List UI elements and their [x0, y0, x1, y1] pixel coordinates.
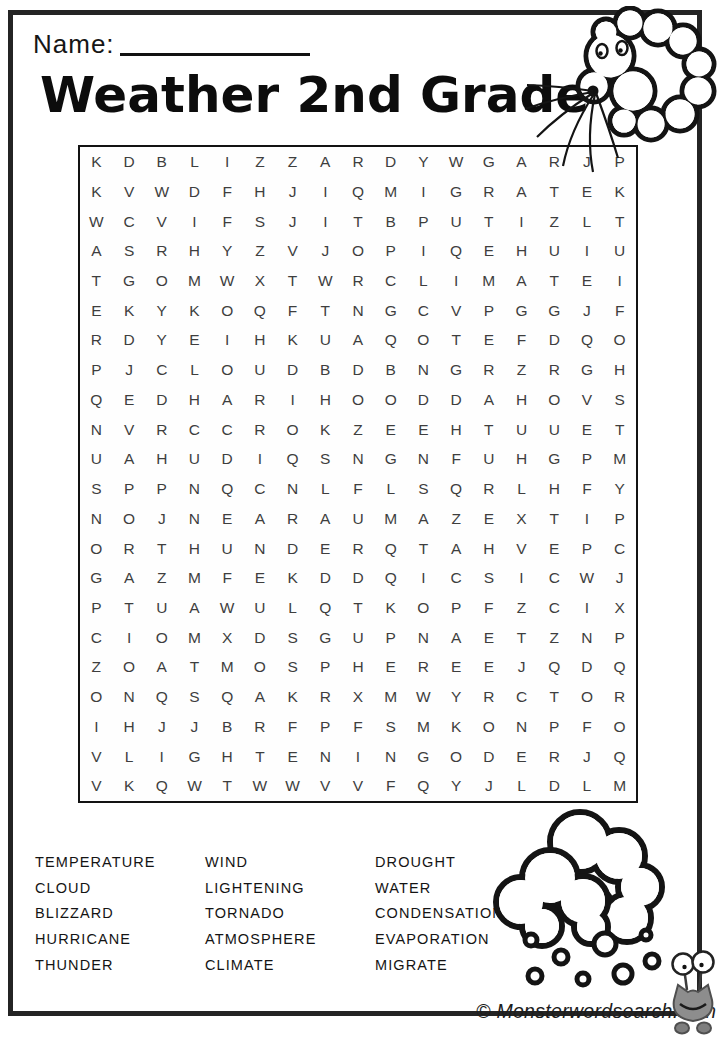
grid-cell-r11-c7[interactable]: Q: [276, 444, 309, 474]
grid-cell-r20-c4[interactable]: J: [178, 712, 211, 742]
grid-cell-r7-c13[interactable]: E: [472, 325, 505, 355]
grid-cell-r6-c9[interactable]: N: [342, 296, 375, 326]
grid-cell-r16-c9[interactable]: T: [342, 593, 375, 623]
grid-cell-r6-c12[interactable]: V: [440, 296, 473, 326]
grid-cell-r11-c6[interactable]: I: [244, 444, 277, 474]
grid-cell-r9-c12[interactable]: D: [440, 385, 473, 415]
grid-cell-r16-c14[interactable]: Z: [505, 593, 538, 623]
grid-cell-r22-c12[interactable]: Y: [440, 771, 473, 801]
grid-cell-r22-c3[interactable]: Q: [145, 771, 178, 801]
grid-cell-r10-c5[interactable]: C: [211, 415, 244, 445]
grid-cell-r9-c13[interactable]: A: [472, 385, 505, 415]
grid-cell-r21-c1[interactable]: V: [80, 742, 113, 772]
word-search-grid[interactable]: KDBLIZZARDYWGARJPKVWDFHJIQMIGRATEKWCVIFS…: [78, 145, 638, 803]
grid-cell-r18-c16[interactable]: D: [571, 652, 604, 682]
grid-cell-r12-c13[interactable]: R: [472, 474, 505, 504]
grid-cell-r19-c12[interactable]: Y: [440, 682, 473, 712]
grid-cell-r7-c9[interactable]: A: [342, 325, 375, 355]
grid-cell-r15-c10[interactable]: Q: [374, 563, 407, 593]
grid-cell-r14-c13[interactable]: H: [472, 533, 505, 563]
grid-cell-r16-c6[interactable]: U: [244, 593, 277, 623]
grid-cell-r11-c2[interactable]: A: [113, 444, 146, 474]
grid-cell-r18-c5[interactable]: M: [211, 652, 244, 682]
grid-cell-r20-c10[interactable]: S: [374, 712, 407, 742]
grid-cell-r3-c9[interactable]: T: [342, 206, 375, 236]
grid-cell-r18-c1[interactable]: Z: [80, 652, 113, 682]
grid-cell-r14-c4[interactable]: H: [178, 533, 211, 563]
grid-cell-r22-c9[interactable]: V: [342, 771, 375, 801]
grid-cell-r19-c11[interactable]: W: [407, 682, 440, 712]
grid-cell-r12-c2[interactable]: P: [113, 474, 146, 504]
grid-cell-r2-c13[interactable]: R: [472, 177, 505, 207]
grid-cell-r8-c2[interactable]: J: [113, 355, 146, 385]
grid-cell-r5-c8[interactable]: W: [309, 266, 342, 296]
grid-cell-r3-c6[interactable]: S: [244, 206, 277, 236]
grid-cell-r18-c17[interactable]: Q: [603, 652, 636, 682]
grid-cell-r5-c11[interactable]: L: [407, 266, 440, 296]
grid-cell-r9-c17[interactable]: S: [603, 385, 636, 415]
grid-cell-r20-c7[interactable]: F: [276, 712, 309, 742]
grid-cell-r6-c3[interactable]: Y: [145, 296, 178, 326]
grid-cell-r21-c13[interactable]: D: [472, 742, 505, 772]
grid-cell-r21-c9[interactable]: I: [342, 742, 375, 772]
grid-cell-r19-c16[interactable]: O: [571, 682, 604, 712]
grid-cell-r13-c2[interactable]: O: [113, 504, 146, 534]
grid-cell-r3-c13[interactable]: T: [472, 206, 505, 236]
grid-cell-r7-c1[interactable]: R: [80, 325, 113, 355]
grid-cell-r21-c8[interactable]: N: [309, 742, 342, 772]
grid-cell-r12-c17[interactable]: Y: [603, 474, 636, 504]
grid-cell-r20-c12[interactable]: K: [440, 712, 473, 742]
grid-cell-r22-c15[interactable]: D: [538, 771, 571, 801]
grid-cell-r14-c16[interactable]: P: [571, 533, 604, 563]
grid-cell-r15-c14[interactable]: I: [505, 563, 538, 593]
grid-cell-r20-c11[interactable]: M: [407, 712, 440, 742]
grid-cell-r12-c3[interactable]: P: [145, 474, 178, 504]
grid-cell-r10-c10[interactable]: E: [374, 415, 407, 445]
grid-cell-r5-c10[interactable]: C: [374, 266, 407, 296]
grid-cell-r18-c9[interactable]: H: [342, 652, 375, 682]
grid-cell-r3-c15[interactable]: Z: [538, 206, 571, 236]
grid-cell-r13-c11[interactable]: A: [407, 504, 440, 534]
grid-cell-r2-c11[interactable]: I: [407, 177, 440, 207]
grid-cell-r11-c3[interactable]: H: [145, 444, 178, 474]
grid-cell-r15-c2[interactable]: A: [113, 563, 146, 593]
grid-cell-r4-c5[interactable]: Y: [211, 236, 244, 266]
grid-cell-r4-c4[interactable]: H: [178, 236, 211, 266]
grid-cell-r13-c13[interactable]: E: [472, 504, 505, 534]
grid-cell-r20-c2[interactable]: H: [113, 712, 146, 742]
grid-cell-r18-c3[interactable]: A: [145, 652, 178, 682]
grid-cell-r22-c5[interactable]: T: [211, 771, 244, 801]
grid-cell-r16-c4[interactable]: A: [178, 593, 211, 623]
grid-cell-r2-c10[interactable]: M: [374, 177, 407, 207]
grid-cell-r6-c8[interactable]: T: [309, 296, 342, 326]
grid-cell-r11-c5[interactable]: D: [211, 444, 244, 474]
grid-cell-r1-c7[interactable]: Z: [276, 147, 309, 177]
grid-cell-r14-c6[interactable]: N: [244, 533, 277, 563]
grid-cell-r9-c1[interactable]: Q: [80, 385, 113, 415]
grid-cell-r21-c17[interactable]: Q: [603, 742, 636, 772]
grid-cell-r4-c1[interactable]: A: [80, 236, 113, 266]
grid-cell-r5-c7[interactable]: T: [276, 266, 309, 296]
grid-cell-r6-c6[interactable]: Q: [244, 296, 277, 326]
grid-cell-r20-c15[interactable]: P: [538, 712, 571, 742]
grid-cell-r12-c12[interactable]: Q: [440, 474, 473, 504]
grid-cell-r20-c8[interactable]: P: [309, 712, 342, 742]
grid-cell-r18-c8[interactable]: P: [309, 652, 342, 682]
grid-cell-r10-c16[interactable]: E: [571, 415, 604, 445]
grid-cell-r13-c1[interactable]: N: [80, 504, 113, 534]
grid-cell-r4-c7[interactable]: V: [276, 236, 309, 266]
grid-cell-r3-c3[interactable]: V: [145, 206, 178, 236]
grid-cell-r6-c10[interactable]: G: [374, 296, 407, 326]
grid-cell-r13-c6[interactable]: A: [244, 504, 277, 534]
grid-cell-r4-c11[interactable]: I: [407, 236, 440, 266]
grid-cell-r7-c14[interactable]: F: [505, 325, 538, 355]
grid-cell-r18-c2[interactable]: O: [113, 652, 146, 682]
grid-cell-r18-c11[interactable]: R: [407, 652, 440, 682]
grid-cell-r5-c5[interactable]: W: [211, 266, 244, 296]
grid-cell-r1-c10[interactable]: D: [374, 147, 407, 177]
grid-cell-r17-c6[interactable]: D: [244, 623, 277, 653]
grid-cell-r12-c14[interactable]: L: [505, 474, 538, 504]
grid-cell-r2-c9[interactable]: Q: [342, 177, 375, 207]
grid-cell-r20-c5[interactable]: B: [211, 712, 244, 742]
grid-cell-r8-c17[interactable]: H: [603, 355, 636, 385]
grid-cell-r11-c1[interactable]: U: [80, 444, 113, 474]
grid-cell-r9-c14[interactable]: H: [505, 385, 538, 415]
grid-cell-r13-c3[interactable]: J: [145, 504, 178, 534]
grid-cell-r15-c16[interactable]: W: [571, 563, 604, 593]
grid-cell-r8-c5[interactable]: O: [211, 355, 244, 385]
grid-cell-r17-c12[interactable]: A: [440, 623, 473, 653]
grid-cell-r9-c10[interactable]: O: [374, 385, 407, 415]
grid-cell-r12-c4[interactable]: N: [178, 474, 211, 504]
grid-cell-r1-c6[interactable]: Z: [244, 147, 277, 177]
grid-cell-r8-c3[interactable]: C: [145, 355, 178, 385]
grid-cell-r13-c8[interactable]: A: [309, 504, 342, 534]
grid-cell-r10-c6[interactable]: R: [244, 415, 277, 445]
grid-cell-r3-c8[interactable]: I: [309, 206, 342, 236]
grid-cell-r16-c7[interactable]: L: [276, 593, 309, 623]
grid-cell-r14-c11[interactable]: T: [407, 533, 440, 563]
grid-cell-r12-c8[interactable]: L: [309, 474, 342, 504]
grid-cell-r6-c1[interactable]: E: [80, 296, 113, 326]
grid-cell-r11-c8[interactable]: S: [309, 444, 342, 474]
grid-cell-r4-c10[interactable]: P: [374, 236, 407, 266]
grid-cell-r15-c17[interactable]: J: [603, 563, 636, 593]
grid-cell-r12-c9[interactable]: F: [342, 474, 375, 504]
grid-cell-r1-c8[interactable]: A: [309, 147, 342, 177]
grid-cell-r22-c17[interactable]: M: [603, 771, 636, 801]
grid-cell-r12-c5[interactable]: Q: [211, 474, 244, 504]
grid-cell-r2-c1[interactable]: K: [80, 177, 113, 207]
grid-cell-r2-c12[interactable]: G: [440, 177, 473, 207]
grid-cell-r17-c5[interactable]: X: [211, 623, 244, 653]
grid-cell-r2-c8[interactable]: I: [309, 177, 342, 207]
grid-cell-r1-c9[interactable]: R: [342, 147, 375, 177]
grid-cell-r2-c4[interactable]: D: [178, 177, 211, 207]
grid-cell-r16-c13[interactable]: F: [472, 593, 505, 623]
grid-cell-r17-c15[interactable]: Z: [538, 623, 571, 653]
grid-cell-r9-c4[interactable]: H: [178, 385, 211, 415]
grid-cell-r17-c9[interactable]: U: [342, 623, 375, 653]
grid-cell-r8-c14[interactable]: Z: [505, 355, 538, 385]
grid-cell-r14-c12[interactable]: A: [440, 533, 473, 563]
grid-cell-r17-c8[interactable]: G: [309, 623, 342, 653]
grid-cell-r5-c16[interactable]: E: [571, 266, 604, 296]
grid-cell-r1-c11[interactable]: Y: [407, 147, 440, 177]
grid-cell-r10-c11[interactable]: E: [407, 415, 440, 445]
grid-cell-r4-c17[interactable]: U: [603, 236, 636, 266]
grid-cell-r4-c12[interactable]: Q: [440, 236, 473, 266]
grid-cell-r4-c15[interactable]: U: [538, 236, 571, 266]
grid-cell-r4-c3[interactable]: R: [145, 236, 178, 266]
grid-cell-r22-c16[interactable]: L: [571, 771, 604, 801]
grid-cell-r17-c14[interactable]: T: [505, 623, 538, 653]
grid-cell-r6-c5[interactable]: O: [211, 296, 244, 326]
grid-cell-r10-c1[interactable]: N: [80, 415, 113, 445]
grid-cell-r7-c10[interactable]: Q: [374, 325, 407, 355]
grid-cell-r3-c4[interactable]: I: [178, 206, 211, 236]
grid-cell-r4-c9[interactable]: O: [342, 236, 375, 266]
grid-cell-r3-c1[interactable]: W: [80, 206, 113, 236]
grid-cell-r3-c5[interactable]: F: [211, 206, 244, 236]
grid-cell-r1-c3[interactable]: B: [145, 147, 178, 177]
grid-cell-r10-c12[interactable]: H: [440, 415, 473, 445]
grid-cell-r13-c17[interactable]: P: [603, 504, 636, 534]
grid-cell-r16-c16[interactable]: I: [571, 593, 604, 623]
grid-cell-r14-c15[interactable]: E: [538, 533, 571, 563]
grid-cell-r15-c13[interactable]: S: [472, 563, 505, 593]
grid-cell-r10-c17[interactable]: T: [603, 415, 636, 445]
grid-cell-r19-c5[interactable]: Q: [211, 682, 244, 712]
grid-cell-r18-c15[interactable]: Q: [538, 652, 571, 682]
grid-cell-r8-c11[interactable]: N: [407, 355, 440, 385]
grid-cell-r17-c3[interactable]: O: [145, 623, 178, 653]
grid-cell-r3-c2[interactable]: C: [113, 206, 146, 236]
grid-cell-r16-c12[interactable]: P: [440, 593, 473, 623]
grid-cell-r20-c13[interactable]: O: [472, 712, 505, 742]
grid-cell-r15-c9[interactable]: D: [342, 563, 375, 593]
grid-cell-r2-c6[interactable]: H: [244, 177, 277, 207]
grid-cell-r19-c15[interactable]: T: [538, 682, 571, 712]
grid-cell-r10-c14[interactable]: U: [505, 415, 538, 445]
grid-cell-r12-c7[interactable]: N: [276, 474, 309, 504]
grid-cell-r15-c11[interactable]: I: [407, 563, 440, 593]
grid-cell-r6-c7[interactable]: F: [276, 296, 309, 326]
grid-cell-r4-c8[interactable]: J: [309, 236, 342, 266]
grid-cell-r11-c14[interactable]: H: [505, 444, 538, 474]
grid-cell-r19-c17[interactable]: R: [603, 682, 636, 712]
grid-cell-r11-c4[interactable]: U: [178, 444, 211, 474]
grid-cell-r18-c6[interactable]: O: [244, 652, 277, 682]
grid-cell-r16-c1[interactable]: P: [80, 593, 113, 623]
grid-cell-r6-c11[interactable]: C: [407, 296, 440, 326]
grid-cell-r21-c14[interactable]: E: [505, 742, 538, 772]
grid-cell-r16-c15[interactable]: C: [538, 593, 571, 623]
grid-cell-r14-c8[interactable]: E: [309, 533, 342, 563]
grid-cell-r20-c16[interactable]: F: [571, 712, 604, 742]
grid-cell-r6-c14[interactable]: G: [505, 296, 538, 326]
grid-cell-r5-c6[interactable]: X: [244, 266, 277, 296]
grid-cell-r14-c9[interactable]: R: [342, 533, 375, 563]
grid-cell-r5-c9[interactable]: R: [342, 266, 375, 296]
grid-cell-r13-c9[interactable]: U: [342, 504, 375, 534]
grid-cell-r17-c7[interactable]: S: [276, 623, 309, 653]
grid-cell-r9-c15[interactable]: O: [538, 385, 571, 415]
grid-cell-r8-c16[interactable]: G: [571, 355, 604, 385]
grid-cell-r3-c12[interactable]: U: [440, 206, 473, 236]
grid-cell-r19-c8[interactable]: R: [309, 682, 342, 712]
grid-cell-r19-c7[interactable]: K: [276, 682, 309, 712]
grid-cell-r21-c5[interactable]: H: [211, 742, 244, 772]
grid-cell-r22-c6[interactable]: W: [244, 771, 277, 801]
grid-cell-r8-c4[interactable]: L: [178, 355, 211, 385]
grid-cell-r3-c14[interactable]: I: [505, 206, 538, 236]
grid-cell-r12-c16[interactable]: F: [571, 474, 604, 504]
grid-cell-r9-c3[interactable]: D: [145, 385, 178, 415]
grid-cell-r19-c1[interactable]: O: [80, 682, 113, 712]
grid-cell-r6-c2[interactable]: K: [113, 296, 146, 326]
grid-cell-r11-c16[interactable]: P: [571, 444, 604, 474]
grid-cell-r8-c1[interactable]: P: [80, 355, 113, 385]
grid-cell-r2-c17[interactable]: K: [603, 177, 636, 207]
grid-cell-r16-c8[interactable]: Q: [309, 593, 342, 623]
grid-cell-r18-c7[interactable]: S: [276, 652, 309, 682]
grid-cell-r16-c17[interactable]: X: [603, 593, 636, 623]
grid-cell-r20-c6[interactable]: R: [244, 712, 277, 742]
grid-cell-r21-c16[interactable]: J: [571, 742, 604, 772]
grid-cell-r13-c7[interactable]: R: [276, 504, 309, 534]
grid-cell-r6-c13[interactable]: P: [472, 296, 505, 326]
grid-cell-r19-c4[interactable]: S: [178, 682, 211, 712]
grid-cell-r5-c2[interactable]: G: [113, 266, 146, 296]
grid-cell-r10-c13[interactable]: T: [472, 415, 505, 445]
grid-cell-r7-c11[interactable]: O: [407, 325, 440, 355]
grid-cell-r22-c1[interactable]: V: [80, 771, 113, 801]
grid-cell-r9-c2[interactable]: E: [113, 385, 146, 415]
grid-cell-r11-c12[interactable]: F: [440, 444, 473, 474]
grid-cell-r14-c3[interactable]: T: [145, 533, 178, 563]
grid-cell-r2-c3[interactable]: W: [145, 177, 178, 207]
grid-cell-r12-c11[interactable]: S: [407, 474, 440, 504]
grid-cell-r12-c15[interactable]: H: [538, 474, 571, 504]
grid-cell-r12-c1[interactable]: S: [80, 474, 113, 504]
grid-cell-r5-c12[interactable]: I: [440, 266, 473, 296]
grid-cell-r17-c2[interactable]: I: [113, 623, 146, 653]
grid-cell-r22-c14[interactable]: L: [505, 771, 538, 801]
grid-cell-r19-c6[interactable]: A: [244, 682, 277, 712]
grid-cell-r9-c6[interactable]: R: [244, 385, 277, 415]
grid-cell-r19-c13[interactable]: R: [472, 682, 505, 712]
grid-cell-r6-c17[interactable]: F: [603, 296, 636, 326]
grid-cell-r18-c14[interactable]: J: [505, 652, 538, 682]
grid-cell-r8-c13[interactable]: R: [472, 355, 505, 385]
grid-cell-r21-c11[interactable]: G: [407, 742, 440, 772]
grid-cell-r18-c4[interactable]: T: [178, 652, 211, 682]
grid-cell-r15-c8[interactable]: D: [309, 563, 342, 593]
grid-cell-r4-c13[interactable]: E: [472, 236, 505, 266]
grid-cell-r15-c3[interactable]: Z: [145, 563, 178, 593]
grid-cell-r6-c15[interactable]: G: [538, 296, 571, 326]
grid-cell-r17-c1[interactable]: C: [80, 623, 113, 653]
grid-cell-r14-c1[interactable]: O: [80, 533, 113, 563]
grid-cell-r21-c4[interactable]: G: [178, 742, 211, 772]
grid-cell-r20-c9[interactable]: F: [342, 712, 375, 742]
grid-cell-r8-c6[interactable]: U: [244, 355, 277, 385]
grid-cell-r11-c9[interactable]: N: [342, 444, 375, 474]
grid-cell-r21-c10[interactable]: N: [374, 742, 407, 772]
grid-cell-r22-c10[interactable]: F: [374, 771, 407, 801]
grid-cell-r10-c7[interactable]: O: [276, 415, 309, 445]
grid-cell-r14-c5[interactable]: U: [211, 533, 244, 563]
grid-cell-r4-c2[interactable]: S: [113, 236, 146, 266]
grid-cell-r3-c7[interactable]: J: [276, 206, 309, 236]
grid-cell-r19-c9[interactable]: X: [342, 682, 375, 712]
grid-cell-r14-c10[interactable]: Q: [374, 533, 407, 563]
grid-cell-r20-c1[interactable]: I: [80, 712, 113, 742]
grid-cell-r4-c16[interactable]: I: [571, 236, 604, 266]
grid-cell-r20-c17[interactable]: O: [603, 712, 636, 742]
grid-cell-r10-c3[interactable]: R: [145, 415, 178, 445]
grid-cell-r15-c5[interactable]: F: [211, 563, 244, 593]
grid-cell-r1-c2[interactable]: D: [113, 147, 146, 177]
grid-cell-r8-c9[interactable]: D: [342, 355, 375, 385]
grid-cell-r13-c4[interactable]: N: [178, 504, 211, 534]
grid-cell-r3-c17[interactable]: T: [603, 206, 636, 236]
grid-cell-r15-c12[interactable]: C: [440, 563, 473, 593]
grid-cell-r15-c1[interactable]: G: [80, 563, 113, 593]
grid-cell-r11-c17[interactable]: M: [603, 444, 636, 474]
grid-cell-r7-c2[interactable]: D: [113, 325, 146, 355]
grid-cell-r5-c4[interactable]: M: [178, 266, 211, 296]
grid-cell-r10-c2[interactable]: V: [113, 415, 146, 445]
grid-cell-r2-c15[interactable]: T: [538, 177, 571, 207]
grid-cell-r21-c7[interactable]: E: [276, 742, 309, 772]
grid-cell-r22-c4[interactable]: W: [178, 771, 211, 801]
grid-cell-r17-c11[interactable]: N: [407, 623, 440, 653]
grid-cell-r7-c16[interactable]: Q: [571, 325, 604, 355]
grid-cell-r13-c15[interactable]: T: [538, 504, 571, 534]
grid-cell-r18-c12[interactable]: E: [440, 652, 473, 682]
grid-cell-r7-c5[interactable]: I: [211, 325, 244, 355]
grid-cell-r2-c5[interactable]: F: [211, 177, 244, 207]
grid-cell-r19-c2[interactable]: N: [113, 682, 146, 712]
grid-cell-r3-c10[interactable]: B: [374, 206, 407, 236]
grid-cell-r6-c4[interactable]: K: [178, 296, 211, 326]
grid-cell-r22-c7[interactable]: W: [276, 771, 309, 801]
grid-cell-r8-c15[interactable]: R: [538, 355, 571, 385]
grid-cell-r9-c8[interactable]: H: [309, 385, 342, 415]
grid-cell-r1-c4[interactable]: L: [178, 147, 211, 177]
grid-cell-r19-c14[interactable]: C: [505, 682, 538, 712]
grid-cell-r11-c10[interactable]: G: [374, 444, 407, 474]
grid-cell-r22-c8[interactable]: V: [309, 771, 342, 801]
grid-cell-r11-c11[interactable]: N: [407, 444, 440, 474]
grid-cell-r15-c4[interactable]: M: [178, 563, 211, 593]
grid-cell-r12-c10[interactable]: L: [374, 474, 407, 504]
grid-cell-r1-c12[interactable]: W: [440, 147, 473, 177]
grid-cell-r17-c4[interactable]: M: [178, 623, 211, 653]
grid-cell-r20-c14[interactable]: N: [505, 712, 538, 742]
grid-cell-r20-c3[interactable]: J: [145, 712, 178, 742]
grid-cell-r9-c11[interactable]: D: [407, 385, 440, 415]
grid-cell-r18-c10[interactable]: E: [374, 652, 407, 682]
grid-cell-r11-c15[interactable]: G: [538, 444, 571, 474]
grid-cell-r19-c10[interactable]: M: [374, 682, 407, 712]
